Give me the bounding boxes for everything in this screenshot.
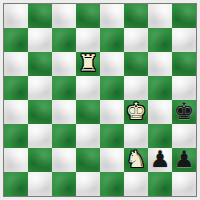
- square-b8[interactable]: [28, 4, 52, 28]
- square-e7[interactable]: [100, 28, 124, 52]
- square-g2[interactable]: ♟: [148, 148, 172, 172]
- square-h7[interactable]: [172, 28, 196, 52]
- square-a6[interactable]: [4, 52, 28, 76]
- square-b1[interactable]: [28, 172, 52, 196]
- square-h4[interactable]: ♚: [172, 100, 196, 124]
- square-e5[interactable]: [100, 76, 124, 100]
- square-e4[interactable]: [100, 100, 124, 124]
- black-pawn[interactable]: ♟: [150, 148, 171, 171]
- square-b5[interactable]: [28, 76, 52, 100]
- square-h6[interactable]: [172, 52, 196, 76]
- square-f7[interactable]: [124, 28, 148, 52]
- square-c3[interactable]: [52, 124, 76, 148]
- square-e6[interactable]: [100, 52, 124, 76]
- square-g8[interactable]: [148, 4, 172, 28]
- square-h2[interactable]: ♟: [172, 148, 196, 172]
- square-a3[interactable]: [4, 124, 28, 148]
- square-f5[interactable]: [124, 76, 148, 100]
- square-e2[interactable]: [100, 148, 124, 172]
- square-e3[interactable]: [100, 124, 124, 148]
- square-c7[interactable]: [52, 28, 76, 52]
- white-rook[interactable]: ♜: [78, 52, 99, 75]
- square-d4[interactable]: [76, 100, 100, 124]
- square-d2[interactable]: [76, 148, 100, 172]
- square-b4[interactable]: [28, 100, 52, 124]
- square-d6[interactable]: ♜: [76, 52, 100, 76]
- square-a8[interactable]: [4, 4, 28, 28]
- square-g4[interactable]: [148, 100, 172, 124]
- square-h3[interactable]: [172, 124, 196, 148]
- square-a2[interactable]: [4, 148, 28, 172]
- black-king[interactable]: ♚: [174, 100, 195, 123]
- square-c6[interactable]: [52, 52, 76, 76]
- square-f8[interactable]: [124, 4, 148, 28]
- square-e8[interactable]: [100, 4, 124, 28]
- black-pawn[interactable]: ♟: [174, 148, 195, 171]
- board-frame: ♜♚♚♞♟♟: [0, 0, 200, 200]
- square-f1[interactable]: [124, 172, 148, 196]
- white-knight[interactable]: ♞: [126, 148, 147, 171]
- square-f6[interactable]: [124, 52, 148, 76]
- square-d8[interactable]: [76, 4, 100, 28]
- square-f3[interactable]: [124, 124, 148, 148]
- square-g6[interactable]: [148, 52, 172, 76]
- square-b3[interactable]: [28, 124, 52, 148]
- square-b2[interactable]: [28, 148, 52, 172]
- square-f4[interactable]: ♚: [124, 100, 148, 124]
- square-c2[interactable]: [52, 148, 76, 172]
- square-b6[interactable]: [28, 52, 52, 76]
- square-h1[interactable]: [172, 172, 196, 196]
- square-a1[interactable]: [4, 172, 28, 196]
- square-e1[interactable]: [100, 172, 124, 196]
- square-a7[interactable]: [4, 28, 28, 52]
- white-king[interactable]: ♚: [126, 100, 147, 123]
- square-d3[interactable]: [76, 124, 100, 148]
- chess-board: ♜♚♚♞♟♟: [3, 3, 197, 197]
- square-g7[interactable]: [148, 28, 172, 52]
- square-a4[interactable]: [4, 100, 28, 124]
- square-d1[interactable]: [76, 172, 100, 196]
- square-c4[interactable]: [52, 100, 76, 124]
- square-f2[interactable]: ♞: [124, 148, 148, 172]
- square-h5[interactable]: [172, 76, 196, 100]
- square-d7[interactable]: [76, 28, 100, 52]
- square-c1[interactable]: [52, 172, 76, 196]
- square-b7[interactable]: [28, 28, 52, 52]
- square-g5[interactable]: [148, 76, 172, 100]
- square-g3[interactable]: [148, 124, 172, 148]
- square-h8[interactable]: [172, 4, 196, 28]
- square-a5[interactable]: [4, 76, 28, 100]
- square-c5[interactable]: [52, 76, 76, 100]
- square-g1[interactable]: [148, 172, 172, 196]
- square-d5[interactable]: [76, 76, 100, 100]
- square-c8[interactable]: [52, 4, 76, 28]
